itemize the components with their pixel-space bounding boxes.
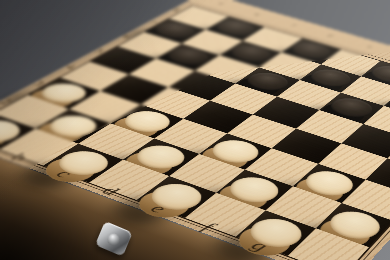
far-file-label-c: c	[288, 23, 298, 28]
far-file-label-a: a	[216, 2, 226, 7]
far-file-label-e: e	[364, 45, 373, 50]
far-file-label-b: b	[251, 12, 261, 17]
checkers-photo-scene: abcdefgh 12345678 abcdefgh	[0, 0, 390, 260]
far-file-label-d: d	[326, 33, 336, 38]
